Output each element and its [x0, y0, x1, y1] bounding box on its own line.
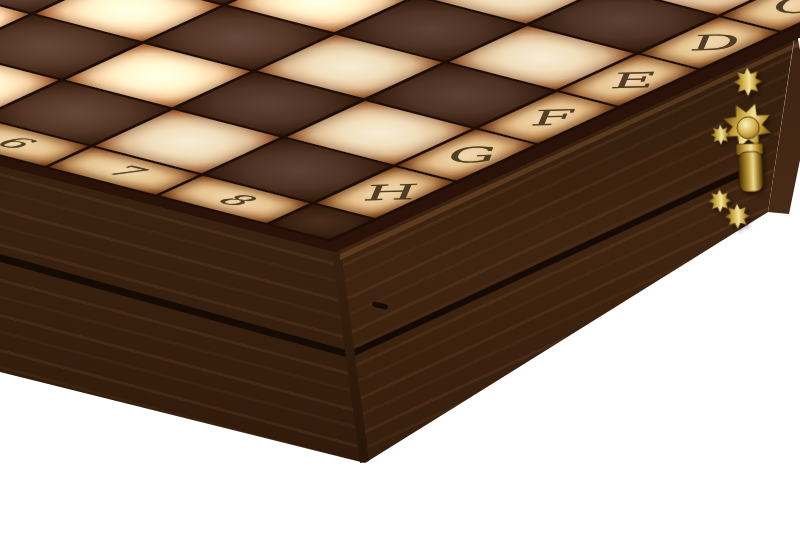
clasp-boss	[737, 116, 760, 139]
file-label-d: D	[682, 32, 737, 54]
rank-label-8: 8	[210, 190, 259, 208]
file-label-h: H	[356, 181, 415, 203]
clasp-top-finial-star-icon	[732, 66, 763, 97]
file-label-f: F	[523, 107, 571, 129]
wood-notch	[372, 301, 389, 310]
file-label-c: C	[764, 0, 800, 16]
rank-label-7: 7	[99, 162, 148, 180]
chess-board: HGFEDCBA1122334455667788HGFEDCBA	[0, 0, 800, 252]
clasp-left-lobe-star-icon	[710, 124, 731, 145]
file-label-e: E	[603, 69, 653, 91]
file-label-g: G	[439, 144, 493, 166]
rank-label-6: 6	[0, 133, 38, 151]
brass-clasp	[695, 61, 789, 236]
clasp-barrel-catch	[738, 151, 763, 192]
photo-scene: HGFEDCBA1122334455667788HGFEDCBA	[0, 0, 800, 533]
